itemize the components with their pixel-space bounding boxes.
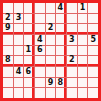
cell-r6c1-given[interactable]: 8 <box>3 56 13 66</box>
cell-r8c8-empty[interactable] <box>78 78 88 88</box>
cell-r2c9-empty[interactable] <box>88 14 98 24</box>
cell-r3c8-empty[interactable] <box>78 24 88 34</box>
cell-r5c8-empty[interactable] <box>78 46 88 56</box>
cell-r7c5-empty[interactable] <box>46 67 56 77</box>
cell-r1c5-empty[interactable] <box>46 3 56 13</box>
cell-r7c6-empty[interactable] <box>56 67 66 77</box>
cell-r3c2-empty[interactable] <box>14 24 24 34</box>
cell-r9c1-empty[interactable] <box>3 88 13 98</box>
cell-r1c9-empty[interactable] <box>88 3 98 13</box>
cell-r1c1-empty[interactable] <box>3 3 13 13</box>
cell-r5c9-empty[interactable] <box>88 46 98 56</box>
cell-r1c3-empty[interactable] <box>24 3 34 13</box>
cell-r8c4-empty[interactable] <box>35 78 45 88</box>
cell-r1c8-given[interactable]: 1 <box>78 3 88 13</box>
cell-r7c7-empty[interactable] <box>67 67 77 77</box>
cell-r4c5-empty[interactable] <box>46 35 56 45</box>
cell-r6c8-empty[interactable] <box>78 56 88 66</box>
cell-r9c5-empty[interactable] <box>46 88 56 98</box>
cell-r4c6-empty[interactable] <box>56 35 66 45</box>
cell-r6c7-given[interactable]: 2 <box>67 56 77 66</box>
cell-r5c3-given[interactable]: 1 <box>24 46 34 56</box>
cell-r9c8-empty[interactable] <box>78 88 88 98</box>
cell-r2c3-empty[interactable] <box>24 14 34 24</box>
cell-r4c7-given[interactable]: 3 <box>67 35 77 45</box>
cell-r7c3-given[interactable]: 6 <box>24 67 34 77</box>
cell-r8c6-given[interactable]: 8 <box>56 78 66 88</box>
cell-r4c3-empty[interactable] <box>24 35 34 45</box>
cell-r9c9-empty[interactable] <box>88 88 98 98</box>
cell-r6c9-empty[interactable] <box>88 56 98 66</box>
cell-r5c2-empty[interactable] <box>14 46 24 56</box>
cell-r2c2-given[interactable]: 3 <box>14 14 24 24</box>
cell-r9c6-empty[interactable] <box>56 88 66 98</box>
cell-r9c7-empty[interactable] <box>67 88 77 98</box>
cell-r1c6-given[interactable]: 4 <box>56 3 66 13</box>
cell-r2c4-empty[interactable] <box>35 14 45 24</box>
cell-r8c3-empty[interactable] <box>24 78 34 88</box>
cell-r1c4-empty[interactable] <box>35 3 45 13</box>
cell-r2c5-empty[interactable] <box>46 14 56 24</box>
cell-r8c7-empty[interactable] <box>67 78 77 88</box>
cell-r3c9-empty[interactable] <box>88 24 98 34</box>
cell-r8c9-empty[interactable] <box>88 78 98 88</box>
cell-r3c4-empty[interactable] <box>35 24 45 34</box>
cell-r7c4-empty[interactable] <box>35 67 45 77</box>
cell-r6c6-empty[interactable] <box>56 56 66 66</box>
cell-r6c4-empty[interactable] <box>35 56 45 66</box>
cell-r4c4-given[interactable]: 4 <box>35 35 45 45</box>
cell-r8c5-given[interactable]: 9 <box>46 78 56 88</box>
cell-r2c6-empty[interactable] <box>56 14 66 24</box>
cell-r6c5-empty[interactable] <box>46 56 56 66</box>
cell-r7c8-empty[interactable] <box>78 67 88 77</box>
sudoku-board: 41239243516824698 <box>0 0 101 101</box>
cell-r2c8-empty[interactable] <box>78 14 88 24</box>
cell-r9c2-empty[interactable] <box>14 88 24 98</box>
cell-r6c3-empty[interactable] <box>24 56 34 66</box>
cell-r5c4-given[interactable]: 6 <box>35 46 45 56</box>
cell-r9c3-empty[interactable] <box>24 88 34 98</box>
cell-r5c7-empty[interactable] <box>67 46 77 56</box>
cell-r5c1-empty[interactable] <box>3 46 13 56</box>
cell-r8c1-empty[interactable] <box>3 78 13 88</box>
cell-r4c9-given[interactable]: 5 <box>88 35 98 45</box>
cell-r7c1-empty[interactable] <box>3 67 13 77</box>
cell-r4c8-empty[interactable] <box>78 35 88 45</box>
cell-r3c1-given[interactable]: 9 <box>3 24 13 34</box>
cell-r4c1-empty[interactable] <box>3 35 13 45</box>
cell-r8c2-empty[interactable] <box>14 78 24 88</box>
cell-r4c2-empty[interactable] <box>14 35 24 45</box>
cell-r1c7-empty[interactable] <box>67 3 77 13</box>
cell-r3c7-empty[interactable] <box>67 24 77 34</box>
cell-r2c1-given[interactable]: 2 <box>3 14 13 24</box>
cell-r7c9-empty[interactable] <box>88 67 98 77</box>
cell-r3c5-given[interactable]: 2 <box>46 24 56 34</box>
cell-r1c2-empty[interactable] <box>14 3 24 13</box>
cell-r7c2-given[interactable]: 4 <box>14 67 24 77</box>
cell-r6c2-empty[interactable] <box>14 56 24 66</box>
cell-r9c4-empty[interactable] <box>35 88 45 98</box>
cell-r5c5-empty[interactable] <box>46 46 56 56</box>
cell-r3c6-empty[interactable] <box>56 24 66 34</box>
cell-r2c7-empty[interactable] <box>67 14 77 24</box>
cell-r3c3-empty[interactable] <box>24 24 34 34</box>
cell-r5c6-empty[interactable] <box>56 46 66 56</box>
